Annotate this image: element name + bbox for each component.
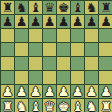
piece-black-pawn[interactable]: ♟ xyxy=(58,15,70,28)
piece-white-bishop[interactable]: ♝ xyxy=(30,99,42,112)
square-b6[interactable] xyxy=(15,29,29,43)
piece-white-pawn[interactable]: ♟ xyxy=(100,85,112,98)
square-g3[interactable] xyxy=(85,71,99,85)
square-e3[interactable] xyxy=(57,71,71,85)
piece-white-pawn[interactable]: ♟ xyxy=(72,85,84,98)
square-d2[interactable]: ♟ xyxy=(43,85,57,99)
piece-white-pawn[interactable]: ♟ xyxy=(86,85,98,98)
square-b3[interactable] xyxy=(15,71,29,85)
piece-white-rook[interactable]: ♜ xyxy=(2,99,14,112)
square-f6[interactable] xyxy=(71,29,85,43)
piece-white-knight[interactable]: ♞ xyxy=(16,99,28,112)
square-e4[interactable] xyxy=(57,57,71,71)
piece-white-pawn[interactable]: ♟ xyxy=(2,85,14,98)
square-h7[interactable]: ♟ xyxy=(99,15,112,29)
square-h5[interactable] xyxy=(99,43,112,57)
square-h6[interactable] xyxy=(99,29,112,43)
piece-black-pawn[interactable]: ♟ xyxy=(16,15,28,28)
square-d8[interactable]: ♛ xyxy=(43,1,57,15)
square-a2[interactable]: ♟ xyxy=(1,85,15,99)
square-d1[interactable]: ♛ xyxy=(43,99,57,112)
square-e2[interactable]: ♟ xyxy=(57,85,71,99)
square-f7[interactable]: ♟ xyxy=(71,15,85,29)
square-e6[interactable] xyxy=(57,29,71,43)
piece-white-knight[interactable]: ♞ xyxy=(86,99,98,112)
square-b1[interactable]: ♞ xyxy=(15,99,29,112)
square-f4[interactable] xyxy=(71,57,85,71)
square-b5[interactable] xyxy=(15,43,29,57)
chess-board-wrapper: ♜♞♝♛♚♝♞♜♟♟♟♟♟♟♟♟♟♟♟♟♟♟♟♟♜♞♝♛♚♝♞♜ xyxy=(0,0,112,112)
piece-white-bishop[interactable]: ♝ xyxy=(72,99,84,112)
square-g7[interactable]: ♟ xyxy=(85,15,99,29)
piece-black-rook[interactable]: ♜ xyxy=(100,1,112,14)
square-b8[interactable]: ♞ xyxy=(15,1,29,15)
square-a1[interactable]: ♜ xyxy=(1,99,15,112)
square-c5[interactable] xyxy=(29,43,43,57)
square-g2[interactable]: ♟ xyxy=(85,85,99,99)
piece-black-pawn[interactable]: ♟ xyxy=(44,15,56,28)
piece-black-pawn[interactable]: ♟ xyxy=(72,15,84,28)
piece-black-pawn[interactable]: ♟ xyxy=(2,15,14,28)
square-c1[interactable]: ♝ xyxy=(29,99,43,112)
square-g5[interactable] xyxy=(85,43,99,57)
chess-board: ♜♞♝♛♚♝♞♜♟♟♟♟♟♟♟♟♟♟♟♟♟♟♟♟♜♞♝♛♚♝♞♜ xyxy=(0,0,112,112)
square-a8[interactable]: ♜ xyxy=(1,1,15,15)
square-f8[interactable]: ♝ xyxy=(71,1,85,15)
square-h4[interactable] xyxy=(99,57,112,71)
square-d3[interactable] xyxy=(43,71,57,85)
square-c4[interactable] xyxy=(29,57,43,71)
square-g4[interactable] xyxy=(85,57,99,71)
piece-black-queen[interactable]: ♛ xyxy=(44,1,56,14)
square-f1[interactable]: ♝ xyxy=(71,99,85,112)
piece-black-bishop[interactable]: ♝ xyxy=(72,1,84,14)
piece-black-rook[interactable]: ♜ xyxy=(2,1,14,14)
square-h3[interactable] xyxy=(99,71,112,85)
piece-black-pawn[interactable]: ♟ xyxy=(86,15,98,28)
square-c2[interactable]: ♟ xyxy=(29,85,43,99)
square-d6[interactable] xyxy=(43,29,57,43)
square-b7[interactable]: ♟ xyxy=(15,15,29,29)
piece-black-bishop[interactable]: ♝ xyxy=(30,1,42,14)
square-e7[interactable]: ♟ xyxy=(57,15,71,29)
piece-white-pawn[interactable]: ♟ xyxy=(44,85,56,98)
square-g6[interactable] xyxy=(85,29,99,43)
square-a7[interactable]: ♟ xyxy=(1,15,15,29)
square-g8[interactable]: ♞ xyxy=(85,1,99,15)
piece-white-pawn[interactable]: ♟ xyxy=(58,85,70,98)
square-f2[interactable]: ♟ xyxy=(71,85,85,99)
square-a3[interactable] xyxy=(1,71,15,85)
square-e5[interactable] xyxy=(57,43,71,57)
piece-white-queen[interactable]: ♛ xyxy=(44,99,56,112)
piece-black-king[interactable]: ♚ xyxy=(58,1,70,14)
square-c6[interactable] xyxy=(29,29,43,43)
piece-white-pawn[interactable]: ♟ xyxy=(30,85,42,98)
piece-black-pawn[interactable]: ♟ xyxy=(100,15,112,28)
square-g1[interactable]: ♞ xyxy=(85,99,99,112)
piece-black-knight[interactable]: ♞ xyxy=(86,1,98,14)
square-c7[interactable]: ♟ xyxy=(29,15,43,29)
square-d4[interactable] xyxy=(43,57,57,71)
piece-black-knight[interactable]: ♞ xyxy=(16,1,28,14)
square-a6[interactable] xyxy=(1,29,15,43)
square-f5[interactable] xyxy=(71,43,85,57)
piece-black-pawn[interactable]: ♟ xyxy=(30,15,42,28)
square-e1[interactable]: ♚ xyxy=(57,99,71,112)
square-h2[interactable]: ♟ xyxy=(99,85,112,99)
square-d7[interactable]: ♟ xyxy=(43,15,57,29)
square-a4[interactable] xyxy=(1,57,15,71)
square-c8[interactable]: ♝ xyxy=(29,1,43,15)
square-d5[interactable] xyxy=(43,43,57,57)
square-b2[interactable]: ♟ xyxy=(15,85,29,99)
square-h1[interactable]: ♜ xyxy=(99,99,112,112)
square-h8[interactable]: ♜ xyxy=(99,1,112,15)
piece-white-pawn[interactable]: ♟ xyxy=(16,85,28,98)
piece-white-king[interactable]: ♚ xyxy=(58,99,70,112)
square-b4[interactable] xyxy=(15,57,29,71)
square-e8[interactable]: ♚ xyxy=(57,1,71,15)
square-f3[interactable] xyxy=(71,71,85,85)
piece-white-rook[interactable]: ♜ xyxy=(100,99,112,112)
square-c3[interactable] xyxy=(29,71,43,85)
square-a5[interactable] xyxy=(1,43,15,57)
